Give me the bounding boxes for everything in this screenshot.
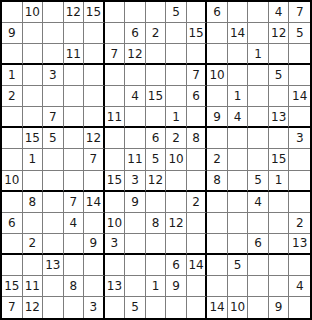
cell-r3c4-given: 11 (64, 44, 85, 65)
cell-r2c5[interactable] (84, 23, 105, 44)
cell-r1c13[interactable] (248, 2, 269, 23)
cell-r14c6-given: 13 (105, 276, 126, 297)
cell-r9c15[interactable] (289, 171, 310, 192)
cell-r5c4[interactable] (64, 86, 85, 107)
cell-r7c9-given: 2 (166, 128, 187, 149)
cell-r2c9[interactable] (166, 23, 187, 44)
cell-r5c12-given: 1 (228, 86, 249, 107)
cell-r4c12[interactable] (228, 65, 249, 86)
cell-r2c1-given: 9 (2, 23, 23, 44)
cell-r2c10-given: 15 (187, 23, 208, 44)
cell-r3c5[interactable] (84, 44, 105, 65)
cell-r11c6-given: 10 (105, 213, 126, 234)
cell-r1c1[interactable] (2, 2, 23, 23)
cell-r9c1-given: 10 (2, 171, 23, 192)
cell-r8c5-given: 7 (84, 149, 105, 170)
cell-r4c13[interactable] (248, 65, 269, 86)
cell-r13c5[interactable] (84, 255, 105, 276)
cell-r5c2[interactable] (23, 86, 44, 107)
cell-r3c2[interactable] (23, 44, 44, 65)
cell-r3c1[interactable] (2, 44, 23, 65)
cell-r9c4[interactable] (64, 171, 85, 192)
cell-r9c6-given: 15 (105, 171, 126, 192)
cell-r8c11-given: 2 (207, 149, 228, 170)
cell-r6c7[interactable] (125, 107, 146, 128)
cell-r8c9-given: 10 (166, 149, 187, 170)
cell-r10c8[interactable] (146, 192, 167, 213)
cell-r14c14[interactable] (269, 276, 290, 297)
cell-r14c8-given: 1 (146, 276, 167, 297)
cell-r7c1[interactable] (2, 128, 23, 149)
cell-r15c10[interactable] (187, 297, 208, 318)
cell-r7c2-given: 15 (23, 128, 44, 149)
cell-r2c12-given: 14 (228, 23, 249, 44)
cell-r5c15-given: 14 (289, 86, 310, 107)
cell-r2c7-given: 6 (125, 23, 146, 44)
cell-r10c13-given: 4 (248, 192, 269, 213)
cell-r7c11[interactable] (207, 128, 228, 149)
cell-r5c9[interactable] (166, 86, 187, 107)
cell-r14c2-given: 11 (23, 276, 44, 297)
cell-r9c10[interactable] (187, 171, 208, 192)
cell-r1c8[interactable] (146, 2, 167, 23)
cell-r10c15[interactable] (289, 192, 310, 213)
cell-r10c9[interactable] (166, 192, 187, 213)
cell-r8c2-given: 1 (23, 149, 44, 170)
cell-r1c2-given: 10 (23, 2, 44, 23)
cell-r4c2[interactable] (23, 65, 44, 86)
cell-r4c8[interactable] (146, 65, 167, 86)
cell-r3c6-given: 7 (105, 44, 126, 65)
cell-r8c1[interactable] (2, 149, 23, 170)
cell-r2c3[interactable] (43, 23, 64, 44)
cell-r15c2-given: 12 (23, 297, 44, 318)
cell-r10c10-given: 2 (187, 192, 208, 213)
cell-r14c7[interactable] (125, 276, 146, 297)
cell-r14c3[interactable] (43, 276, 64, 297)
cell-r11c11[interactable] (207, 213, 228, 234)
cell-r10c7-given: 9 (125, 192, 146, 213)
cell-r8c7-given: 11 (125, 149, 146, 170)
cell-r6c15[interactable] (289, 107, 310, 128)
cell-r8c12[interactable] (228, 149, 249, 170)
cell-r8c3[interactable] (43, 149, 64, 170)
cell-r9c7-given: 3 (125, 171, 146, 192)
cell-r5c5[interactable] (84, 86, 105, 107)
cell-r5c13[interactable] (248, 86, 269, 107)
cell-r8c8-given: 5 (146, 149, 167, 170)
cell-r11c3[interactable] (43, 213, 64, 234)
cell-r5c1-given: 2 (2, 86, 23, 107)
cell-r13c11[interactable] (207, 255, 228, 276)
cell-r11c7[interactable] (125, 213, 146, 234)
cell-r5c11[interactable] (207, 86, 228, 107)
cell-r13c13[interactable] (248, 255, 269, 276)
cell-r12c12[interactable] (228, 234, 249, 255)
cell-r11c8-given: 8 (146, 213, 167, 234)
cell-r3c12[interactable] (228, 44, 249, 65)
cell-r7c4[interactable] (64, 128, 85, 149)
cell-r4c15[interactable] (289, 65, 310, 86)
cell-r12c9[interactable] (166, 234, 187, 255)
cell-r13c10-given: 14 (187, 255, 208, 276)
cell-r12c2-given: 2 (23, 234, 44, 255)
cell-r7c14[interactable] (269, 128, 290, 149)
cell-r3c11[interactable] (207, 44, 228, 65)
cell-r4c11-given: 10 (207, 65, 228, 86)
cell-r2c11[interactable] (207, 23, 228, 44)
cell-r9c2[interactable] (23, 171, 44, 192)
cell-r6c14-given: 13 (269, 107, 290, 128)
cell-r4c6[interactable] (105, 65, 126, 86)
cell-r3c8[interactable] (146, 44, 167, 65)
cell-r8c14-given: 15 (269, 149, 290, 170)
cell-r15c1-given: 7 (2, 297, 23, 318)
cell-r3c13-given: 1 (248, 44, 269, 65)
cell-r12c3[interactable] (43, 234, 64, 255)
cell-r1c15-given: 7 (289, 2, 310, 23)
cell-r14c10[interactable] (187, 276, 208, 297)
cell-r14c9-given: 9 (166, 276, 187, 297)
cell-r12c7[interactable] (125, 234, 146, 255)
cell-r9c11-given: 8 (207, 171, 228, 192)
cell-r14c1-given: 15 (2, 276, 23, 297)
cell-r10c4-given: 7 (64, 192, 85, 213)
cell-r7c5-given: 12 (84, 128, 105, 149)
cell-r10c14[interactable] (269, 192, 290, 213)
cell-r6c10[interactable] (187, 107, 208, 128)
cell-r7c15-given: 3 (289, 128, 310, 149)
cell-r15c12-given: 10 (228, 297, 249, 318)
cell-r11c15-given: 2 (289, 213, 310, 234)
cell-r9c14-given: 1 (269, 171, 290, 192)
cell-r13c9-given: 6 (166, 255, 187, 276)
cell-r9c13-given: 5 (248, 171, 269, 192)
cell-r15c9[interactable] (166, 297, 187, 318)
cell-r1c5-given: 15 (84, 2, 105, 23)
cell-r15c8[interactable] (146, 297, 167, 318)
cell-r12c1[interactable] (2, 234, 23, 255)
cell-r2c6[interactable] (105, 23, 126, 44)
cell-r12c14[interactable] (269, 234, 290, 255)
cell-r12c15-given: 13 (289, 234, 310, 255)
cell-r5c7-given: 4 (125, 86, 146, 107)
cell-r9c9[interactable] (166, 171, 187, 192)
cell-r5c10-given: 6 (187, 86, 208, 107)
cell-r6c3-given: 7 (43, 107, 64, 128)
cell-r9c3[interactable] (43, 171, 64, 192)
cell-r6c9-given: 1 (166, 107, 187, 128)
cell-r12c4[interactable] (64, 234, 85, 255)
cell-r2c2[interactable] (23, 23, 44, 44)
cell-r11c5[interactable] (84, 213, 105, 234)
cell-r4c3-given: 3 (43, 65, 64, 86)
cell-r6c13[interactable] (248, 107, 269, 128)
cell-r13c14[interactable] (269, 255, 290, 276)
cell-r14c12[interactable] (228, 276, 249, 297)
cell-r3c15[interactable] (289, 44, 310, 65)
cell-r12c6-given: 3 (105, 234, 126, 255)
cell-r10c1[interactable] (2, 192, 23, 213)
cell-r14c11[interactable] (207, 276, 228, 297)
cell-r14c13[interactable] (248, 276, 269, 297)
cell-r7c13[interactable] (248, 128, 269, 149)
cell-r7c8-given: 6 (146, 128, 167, 149)
cell-r14c15-given: 4 (289, 276, 310, 297)
cell-r4c10-given: 7 (187, 65, 208, 86)
cell-r6c11-given: 9 (207, 107, 228, 128)
cell-r2c13[interactable] (248, 23, 269, 44)
cell-r6c4[interactable] (64, 107, 85, 128)
cell-r15c3[interactable] (43, 297, 64, 318)
cell-r12c5-given: 9 (84, 234, 105, 255)
cell-r4c1-given: 1 (2, 65, 23, 86)
cell-r13c2[interactable] (23, 255, 44, 276)
cell-r8c15[interactable] (289, 149, 310, 170)
cell-r12c13-given: 6 (248, 234, 269, 255)
cell-r1c3[interactable] (43, 2, 64, 23)
cell-r5c8-given: 15 (146, 86, 167, 107)
cell-r15c15[interactable] (289, 297, 310, 318)
cell-r4c4[interactable] (64, 65, 85, 86)
cell-r9c8-given: 12 (146, 171, 167, 192)
cell-r15c13[interactable] (248, 297, 269, 318)
cell-r13c7[interactable] (125, 255, 146, 276)
cell-r11c2[interactable] (23, 213, 44, 234)
cell-r3c9[interactable] (166, 44, 187, 65)
cell-r3c14[interactable] (269, 44, 290, 65)
cell-r4c7[interactable] (125, 65, 146, 86)
cell-r2c8-given: 2 (146, 23, 167, 44)
cell-r14c5[interactable] (84, 276, 105, 297)
cell-r5c3[interactable] (43, 86, 64, 107)
cell-r15c4[interactable] (64, 297, 85, 318)
cell-r10c5-given: 14 (84, 192, 105, 213)
cell-r3c10[interactable] (187, 44, 208, 65)
cell-r13c3-given: 13 (43, 255, 64, 276)
cell-r4c14-given: 5 (269, 65, 290, 86)
cell-r6c1[interactable] (2, 107, 23, 128)
cell-r3c7-given: 12 (125, 44, 146, 65)
sudoku-board: 1012155647962151412511712113710524156114… (0, 0, 312, 320)
cell-r14c4-given: 8 (64, 276, 85, 297)
cell-r6c6-given: 11 (105, 107, 126, 128)
cell-r15c14-given: 9 (269, 297, 290, 318)
cell-r10c12[interactable] (228, 192, 249, 213)
cell-r8c6[interactable] (105, 149, 126, 170)
cell-r15c7-given: 5 (125, 297, 146, 318)
cell-r7c6[interactable] (105, 128, 126, 149)
cell-r4c5[interactable] (84, 65, 105, 86)
cell-r13c12-given: 5 (228, 255, 249, 276)
cell-r12c10[interactable] (187, 234, 208, 255)
cell-r13c6[interactable] (105, 255, 126, 276)
cell-r7c7[interactable] (125, 128, 146, 149)
cell-r8c4[interactable] (64, 149, 85, 170)
cell-r13c15[interactable] (289, 255, 310, 276)
cell-r6c5[interactable] (84, 107, 105, 128)
cell-r6c12-given: 4 (228, 107, 249, 128)
cell-r11c10[interactable] (187, 213, 208, 234)
cell-r15c11-given: 14 (207, 297, 228, 318)
cell-r11c14[interactable] (269, 213, 290, 234)
cell-r11c4-given: 4 (64, 213, 85, 234)
cell-r7c10-given: 8 (187, 128, 208, 149)
cell-r6c2[interactable] (23, 107, 44, 128)
cell-r11c9-given: 12 (166, 213, 187, 234)
cell-r7c3-given: 5 (43, 128, 64, 149)
cell-r9c12[interactable] (228, 171, 249, 192)
cell-r11c1-given: 6 (2, 213, 23, 234)
cell-r10c3[interactable] (43, 192, 64, 213)
cell-r1c6[interactable] (105, 2, 126, 23)
cell-r1c4-given: 12 (64, 2, 85, 23)
cell-r10c2-given: 8 (23, 192, 44, 213)
cell-r15c6[interactable] (105, 297, 126, 318)
cell-r3c3[interactable] (43, 44, 64, 65)
cell-r8c10[interactable] (187, 149, 208, 170)
cell-r13c1[interactable] (2, 255, 23, 276)
cell-r1c7[interactable] (125, 2, 146, 23)
cell-r10c11[interactable] (207, 192, 228, 213)
cell-r2c14-given: 12 (269, 23, 290, 44)
cell-r5c6[interactable] (105, 86, 126, 107)
cell-r5c14[interactable] (269, 86, 290, 107)
cell-r9c5[interactable] (84, 171, 105, 192)
cell-r2c15-given: 5 (289, 23, 310, 44)
cell-r12c11[interactable] (207, 234, 228, 255)
cell-r8c13[interactable] (248, 149, 269, 170)
cell-r13c8[interactable] (146, 255, 167, 276)
cell-r1c12[interactable] (228, 2, 249, 23)
cell-r4c9[interactable] (166, 65, 187, 86)
cell-r7c12[interactable] (228, 128, 249, 149)
cell-r11c12[interactable] (228, 213, 249, 234)
cell-r2c4[interactable] (64, 23, 85, 44)
cell-r13c4[interactable] (64, 255, 85, 276)
cell-r1c9-given: 5 (166, 2, 187, 23)
cell-r10c6[interactable] (105, 192, 126, 213)
cell-r12c8[interactable] (146, 234, 167, 255)
cell-r15c5-given: 3 (84, 297, 105, 318)
cell-r1c14-given: 4 (269, 2, 290, 23)
cell-r1c10[interactable] (187, 2, 208, 23)
cell-r11c13[interactable] (248, 213, 269, 234)
cell-r1c11-given: 6 (207, 2, 228, 23)
cell-r6c8[interactable] (146, 107, 167, 128)
